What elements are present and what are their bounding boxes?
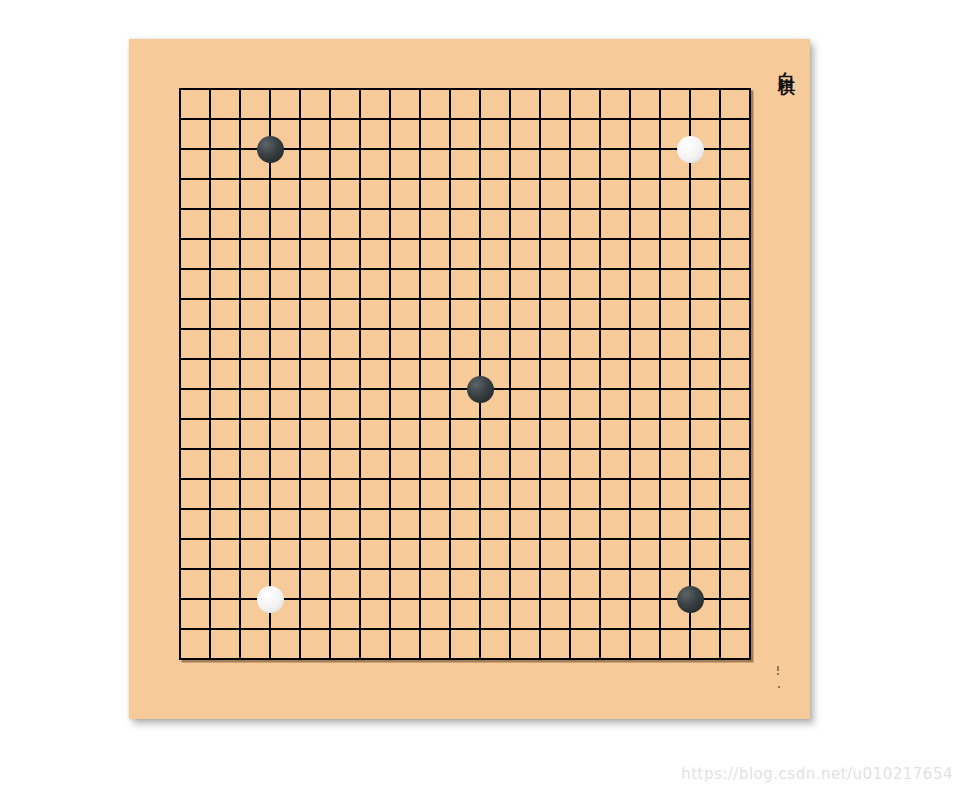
stone-black[interactable] bbox=[677, 586, 704, 613]
go-board[interactable]: 白棋 bbox=[129, 39, 810, 719]
white-stones-label: 白棋 bbox=[776, 58, 799, 70]
go-board-grid[interactable] bbox=[179, 88, 751, 660]
artifact-speck bbox=[778, 686, 780, 688]
stone-black[interactable] bbox=[467, 376, 494, 403]
artifact-speck bbox=[777, 666, 779, 671]
stone-white[interactable] bbox=[677, 136, 704, 163]
stone-white[interactable] bbox=[257, 586, 284, 613]
stone-black[interactable] bbox=[257, 136, 284, 163]
page: 白棋 https://blog.csdn.net/u010217654 bbox=[0, 0, 963, 792]
artifact-speck bbox=[777, 673, 779, 675]
watermark-url: https://blog.csdn.net/u010217654 bbox=[681, 765, 953, 783]
